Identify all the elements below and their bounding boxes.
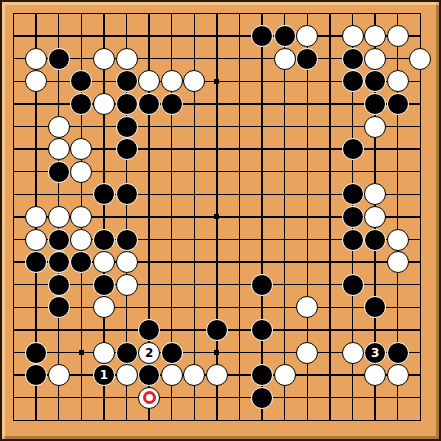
white-stone: [296, 25, 318, 47]
move-number-label: 2: [145, 347, 153, 359]
white-stone: [296, 296, 318, 318]
black-stone: 1: [93, 364, 115, 386]
black-stone: [48, 229, 70, 251]
circle-marker: [143, 391, 156, 404]
black-stone: [206, 319, 228, 341]
black-stone: 3: [364, 342, 386, 364]
white-stone: [48, 116, 70, 138]
white-stone: [364, 25, 386, 47]
black-stone: [342, 183, 364, 205]
white-stone: [70, 138, 92, 160]
black-stone: [138, 319, 160, 341]
grid-line: [284, 13, 286, 421]
black-stone: [387, 342, 409, 364]
black-stone: [93, 183, 115, 205]
black-stone: [364, 296, 386, 318]
black-stone: [93, 274, 115, 296]
black-stone: [364, 70, 386, 92]
black-stone: [48, 296, 70, 318]
grid-line: [13, 397, 421, 399]
white-stone: [364, 364, 386, 386]
white-stone: [116, 364, 138, 386]
black-stone: [161, 93, 183, 115]
white-stone: [364, 48, 386, 70]
move-number-label: 3: [371, 347, 379, 359]
black-stone: [364, 93, 386, 115]
black-stone: [387, 93, 409, 115]
white-stone: [206, 364, 228, 386]
black-stone: [364, 229, 386, 251]
white-stone: [409, 48, 431, 70]
white-stone: [93, 296, 115, 318]
black-stone: [116, 116, 138, 138]
white-stone: [70, 229, 92, 251]
black-stone: [251, 274, 273, 296]
white-stone: [70, 161, 92, 183]
white-stone: [342, 342, 364, 364]
black-stone: [116, 229, 138, 251]
black-stone: [116, 93, 138, 115]
move-number-label: 1: [100, 369, 108, 381]
black-stone: [48, 161, 70, 183]
star-point: [214, 214, 219, 219]
black-stone: [161, 342, 183, 364]
black-stone: [251, 387, 273, 409]
black-stone: [93, 229, 115, 251]
white-stone: [296, 342, 318, 364]
black-stone: [48, 48, 70, 70]
white-stone: [25, 206, 47, 228]
white-stone: [364, 206, 386, 228]
white-stone: [48, 364, 70, 386]
black-stone: [70, 70, 92, 92]
grid-line: [13, 307, 421, 309]
white-stone: [70, 206, 92, 228]
white-stone: [93, 48, 115, 70]
white-stone: [183, 364, 205, 386]
white-stone: [161, 364, 183, 386]
black-stone: [116, 342, 138, 364]
black-stone: [138, 364, 160, 386]
black-stone: [251, 364, 273, 386]
black-stone: [251, 319, 273, 341]
black-stone: [342, 229, 364, 251]
white-stone: [48, 206, 70, 228]
black-stone: [296, 48, 318, 70]
white-stone: [93, 251, 115, 273]
white-stone: [116, 48, 138, 70]
grid-line: [420, 13, 422, 421]
white-stone: [274, 364, 296, 386]
white-stone: 2: [138, 342, 160, 364]
black-stone: [138, 93, 160, 115]
white-stone: [93, 93, 115, 115]
white-stone: [387, 364, 409, 386]
grid-line: [329, 13, 331, 421]
black-stone: [274, 25, 296, 47]
black-stone: [70, 251, 92, 273]
white-stone: [274, 48, 296, 70]
black-stone: [342, 274, 364, 296]
black-stone: [251, 25, 273, 47]
white-stone: [183, 70, 205, 92]
white-stone: [161, 70, 183, 92]
black-stone: [70, 93, 92, 115]
star-point: [214, 350, 219, 355]
go-board[interactable]: 231: [0, 0, 441, 441]
grid-line: [13, 420, 421, 422]
white-stone: [138, 387, 160, 409]
white-stone: [25, 70, 47, 92]
black-stone: [342, 48, 364, 70]
black-stone: [48, 251, 70, 273]
black-stone: [48, 274, 70, 296]
grid-line: [239, 13, 241, 421]
black-stone: [116, 183, 138, 205]
black-stone: [342, 138, 364, 160]
white-stone: [387, 25, 409, 47]
black-stone: [342, 206, 364, 228]
white-stone: [387, 70, 409, 92]
white-stone: [25, 229, 47, 251]
white-stone: [138, 70, 160, 92]
black-stone: [116, 138, 138, 160]
black-stone: [342, 70, 364, 92]
white-stone: [387, 229, 409, 251]
grid-line: [261, 13, 263, 421]
white-stone: [364, 183, 386, 205]
white-stone: [25, 48, 47, 70]
white-stone: [116, 274, 138, 296]
white-stone: [93, 342, 115, 364]
white-stone: [387, 251, 409, 273]
white-stone: [48, 138, 70, 160]
star-point: [214, 79, 219, 84]
black-stone: [116, 70, 138, 92]
white-stone: [116, 251, 138, 273]
black-stone: [25, 251, 47, 273]
white-stone: [342, 25, 364, 47]
star-point: [79, 350, 84, 355]
white-stone: [364, 116, 386, 138]
black-stone: [25, 342, 47, 364]
black-stone: [25, 364, 47, 386]
